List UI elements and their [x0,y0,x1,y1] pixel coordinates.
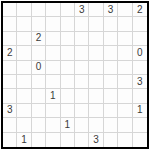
grid-cell-clue[interactable]: 1 [133,104,147,118]
grid-cell[interactable] [75,89,89,103]
grid-cell[interactable] [46,104,60,118]
grid-cell[interactable] [118,118,132,132]
grid-cell[interactable] [133,61,147,75]
grid-cell[interactable] [75,17,89,31]
grid-cell-clue[interactable]: 3 [75,3,89,17]
grid-cell[interactable] [17,46,31,60]
grid-cell[interactable] [89,46,103,60]
grid-cell[interactable] [118,3,132,17]
grid-cell[interactable] [89,118,103,132]
grid-cell[interactable] [46,61,60,75]
grid-cell[interactable] [75,75,89,89]
grid-cell[interactable] [61,17,75,31]
grid-cell[interactable] [104,46,118,60]
grid-cell[interactable] [75,133,89,147]
grid-cell[interactable] [89,3,103,17]
slitherlink-board[interactable]: 33222003131113 [1,1,149,149]
grid-cell[interactable] [89,61,103,75]
grid-cell[interactable] [46,17,60,31]
grid-cell[interactable] [32,46,46,60]
grid-cell[interactable] [17,17,31,31]
grid-cell[interactable] [89,32,103,46]
grid-cell[interactable] [3,32,17,46]
grid-cell[interactable] [61,46,75,60]
grid-cell[interactable] [61,133,75,147]
grid-cell[interactable] [46,133,60,147]
grid-cell[interactable] [133,118,147,132]
grid-cell-clue[interactable]: 2 [133,3,147,17]
grid-cell[interactable] [118,32,132,46]
grid-cell-clue[interactable]: 2 [3,46,17,60]
grid-cell[interactable] [89,104,103,118]
grid-cell[interactable] [118,17,132,31]
grid-cell[interactable] [61,32,75,46]
grid-cell[interactable] [17,118,31,132]
grid-cell-clue[interactable]: 1 [46,89,60,103]
grid-cell[interactable] [75,46,89,60]
grid-cell[interactable] [118,75,132,89]
grid-cell[interactable] [104,118,118,132]
grid-cell[interactable] [89,75,103,89]
grid-cell[interactable] [17,89,31,103]
grid-cell[interactable] [75,32,89,46]
grid-cell[interactable] [3,133,17,147]
grid-cell[interactable] [46,75,60,89]
grid-cell[interactable] [118,133,132,147]
grid-cell[interactable] [17,75,31,89]
grid-cell[interactable] [32,104,46,118]
grid-cell[interactable] [61,104,75,118]
grid-cell[interactable] [3,3,17,17]
grid-cell[interactable] [32,89,46,103]
grid-cell[interactable] [118,61,132,75]
grid-cell-clue[interactable]: 1 [17,133,31,147]
grid-cell[interactable] [118,46,132,60]
grid-cell-clue[interactable]: 3 [104,3,118,17]
grid-cell-clue[interactable]: 0 [32,61,46,75]
grid-cell[interactable] [133,17,147,31]
grid-cell-clue[interactable]: 3 [133,75,147,89]
grid-cell[interactable] [104,89,118,103]
grid-cell[interactable] [104,17,118,31]
grid-cell[interactable] [104,133,118,147]
grid-cell-clue[interactable]: 2 [32,32,46,46]
grid-cell[interactable] [17,104,31,118]
grid-cell[interactable] [32,118,46,132]
grid-cell[interactable] [61,61,75,75]
grid-cell-clue[interactable]: 3 [3,104,17,118]
grid-cell[interactable] [32,75,46,89]
grid-cell[interactable] [104,104,118,118]
grid-cell[interactable] [32,3,46,17]
grid-cell[interactable] [61,89,75,103]
grid-cell[interactable] [17,3,31,17]
grid-cell[interactable] [133,133,147,147]
grid-cell[interactable] [32,133,46,147]
grid-cell[interactable] [3,61,17,75]
grid-cell[interactable] [104,32,118,46]
puzzle-page: 33222003131113 [0,0,150,150]
grid-cell[interactable] [75,118,89,132]
grid-cell-clue[interactable]: 3 [89,133,103,147]
grid-cell-clue[interactable]: 0 [133,46,147,60]
grid-cell[interactable] [17,61,31,75]
grid-cell[interactable] [89,17,103,31]
grid-cell[interactable] [133,89,147,103]
grid-cell[interactable] [46,3,60,17]
grid-cell[interactable] [104,61,118,75]
grid-cell[interactable] [32,17,46,31]
grid-cell[interactable] [3,75,17,89]
grid-cell[interactable] [3,89,17,103]
grid-cell[interactable] [75,61,89,75]
grid-cell[interactable] [46,32,60,46]
grid-cell[interactable] [118,104,132,118]
grid-cell[interactable] [75,104,89,118]
grid-cell[interactable] [3,118,17,132]
grid-cell[interactable] [3,17,17,31]
grid-cell[interactable] [46,46,60,60]
grid-cell[interactable] [61,75,75,89]
grid-cell[interactable] [104,75,118,89]
grid-cell[interactable] [133,32,147,46]
grid-cell[interactable] [61,3,75,17]
grid-cell[interactable] [17,32,31,46]
grid-cell-clue[interactable]: 1 [61,118,75,132]
grid-cell[interactable] [46,118,60,132]
grid-cell[interactable] [89,89,103,103]
grid-cell[interactable] [118,89,132,103]
